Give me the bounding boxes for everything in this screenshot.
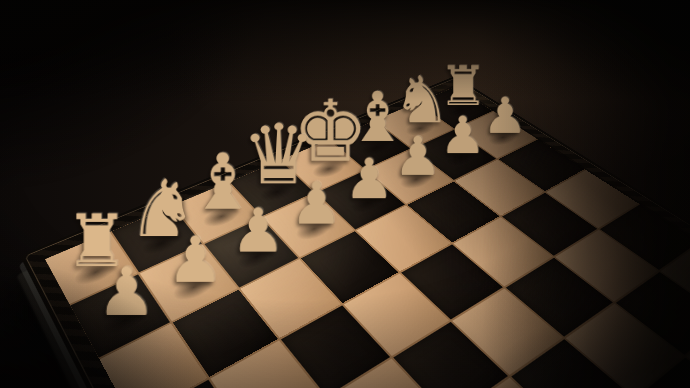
scene-3d: ♜♞♝♛♚♝♞♜♟♟♟♟♟♟♟♟ <box>0 0 690 388</box>
board-squares: ♜♞♝♛♚♝♞♜♟♟♟♟♟♟♟♟ <box>45 87 690 388</box>
white-pawn-h2: ♟ <box>51 261 202 324</box>
chess-board: ♜♞♝♛♚♝♞♜♟♟♟♟♟♟♟♟ <box>20 76 690 388</box>
chess-photo: ♜♞♝♛♚♝♞♜♟♟♟♟♟♟♟♟ <box>0 0 690 388</box>
